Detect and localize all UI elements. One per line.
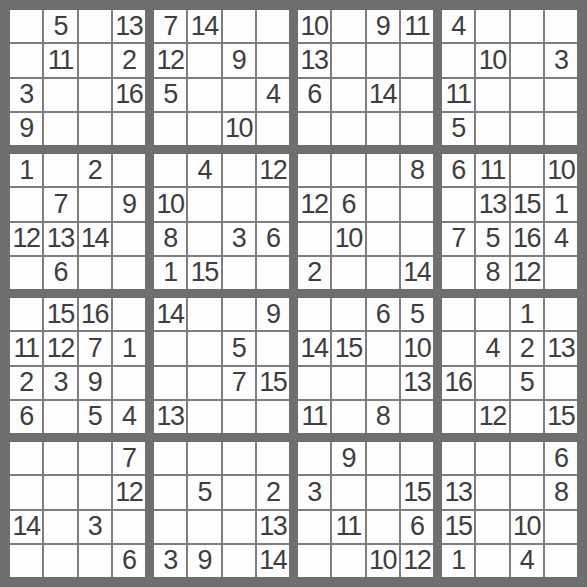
- cell-r16c15[interactable]: 4: [511, 545, 543, 577]
- cell-r12c16[interactable]: 15: [545, 401, 577, 433]
- cell-r14c2[interactable]: [44, 476, 76, 508]
- cell-r5c1[interactable]: 1: [10, 154, 42, 186]
- cell-r3c10[interactable]: [332, 79, 364, 111]
- cell-r8c8[interactable]: [257, 257, 289, 289]
- cell-r2c2[interactable]: 11: [44, 44, 76, 76]
- cell-r6c7[interactable]: [223, 188, 255, 220]
- cell-r7c5[interactable]: 8: [154, 223, 186, 255]
- cell-r4c2[interactable]: [44, 113, 76, 145]
- cell-r15c11[interactable]: [367, 511, 399, 543]
- cell-r9c7[interactable]: [223, 298, 255, 330]
- cell-r5c14[interactable]: 11: [476, 154, 508, 186]
- cell-r14c14[interactable]: [476, 476, 508, 508]
- cell-r2c1[interactable]: [10, 44, 42, 76]
- cell-r1c4[interactable]: 13: [113, 10, 145, 42]
- cell-r14c13[interactable]: 13: [442, 476, 474, 508]
- cell-r8c1[interactable]: [10, 257, 42, 289]
- cell-r12c10[interactable]: [332, 401, 364, 433]
- cell-r4c11[interactable]: [367, 113, 399, 145]
- cell-r8c6[interactable]: 15: [188, 257, 220, 289]
- cell-r13c12[interactable]: [401, 442, 433, 474]
- cell-r4c10[interactable]: [332, 113, 364, 145]
- cell-r3c8[interactable]: 4: [257, 79, 289, 111]
- cell-r10c1[interactable]: 11: [10, 332, 42, 364]
- cell-r14c3[interactable]: [79, 476, 111, 508]
- cell-r15c8[interactable]: 13: [257, 511, 289, 543]
- cell-r4c8[interactable]: [257, 113, 289, 145]
- cell-r14c5[interactable]: [154, 476, 186, 508]
- cell-r3c3[interactable]: [79, 79, 111, 111]
- cell-r10c5[interactable]: [154, 332, 186, 364]
- cell-r5c9[interactable]: [298, 154, 330, 186]
- cell-r2c16[interactable]: 3: [545, 44, 577, 76]
- cell-r9c11[interactable]: 6: [367, 298, 399, 330]
- cell-r9c2[interactable]: 15: [44, 298, 76, 330]
- cell-r11c4[interactable]: [113, 367, 145, 399]
- cell-r1c14[interactable]: [476, 10, 508, 42]
- cell-r6c9[interactable]: 12: [298, 188, 330, 220]
- cell-r5c10[interactable]: [332, 154, 364, 186]
- cell-r13c10[interactable]: 9: [332, 442, 364, 474]
- cell-r15c9[interactable]: [298, 511, 330, 543]
- cell-r5c3[interactable]: 2: [79, 154, 111, 186]
- cell-r16c10[interactable]: [332, 545, 364, 577]
- cell-r9c15[interactable]: 1: [511, 298, 543, 330]
- box-2-3: 142131651215: [442, 298, 577, 433]
- box-3-0: 7121436: [10, 442, 145, 577]
- cell-r6c3[interactable]: [79, 188, 111, 220]
- cell-r12c1[interactable]: 6: [10, 401, 42, 433]
- cell-r12c14[interactable]: 12: [476, 401, 508, 433]
- cell-r1c11[interactable]: 9: [367, 10, 399, 42]
- cell-r7c16[interactable]: 4: [545, 223, 577, 255]
- cell-r2c14[interactable]: 10: [476, 44, 508, 76]
- cell-r16c9[interactable]: [298, 545, 330, 577]
- cell-r1c9[interactable]: 10: [298, 10, 330, 42]
- cell-r11c5[interactable]: [154, 367, 186, 399]
- cell-r10c9[interactable]: 14: [298, 332, 330, 364]
- cell-r1c13[interactable]: 4: [442, 10, 474, 42]
- cell-r16c14[interactable]: [476, 545, 508, 577]
- box-3-2: 93151161012: [298, 442, 433, 577]
- cell-r14c11[interactable]: [367, 476, 399, 508]
- cell-r5c6[interactable]: 4: [188, 154, 220, 186]
- cell-r8c14[interactable]: 8: [476, 257, 508, 289]
- cell-r9c12[interactable]: 5: [401, 298, 433, 330]
- cell-r14c1[interactable]: [10, 476, 42, 508]
- cell-r15c2[interactable]: [44, 511, 76, 543]
- cell-r5c5[interactable]: [154, 154, 186, 186]
- cell-r1c2[interactable]: 5: [44, 10, 76, 42]
- cell-r2c9[interactable]: 13: [298, 44, 330, 76]
- cell-r5c11[interactable]: [367, 154, 399, 186]
- cell-r8c15[interactable]: 12: [511, 257, 543, 289]
- cell-r13c2[interactable]: [44, 442, 76, 474]
- cell-r3c5[interactable]: 5: [154, 79, 186, 111]
- cell-r10c3[interactable]: 7: [79, 332, 111, 364]
- cell-r11c10[interactable]: [332, 367, 364, 399]
- cell-r13c6[interactable]: [188, 442, 220, 474]
- cell-r7c4[interactable]: [113, 223, 145, 255]
- cell-r14c12[interactable]: 15: [401, 476, 433, 508]
- cell-r9c10[interactable]: [332, 298, 364, 330]
- cell-r2c11[interactable]: [367, 44, 399, 76]
- cell-r10c2[interactable]: 12: [44, 332, 76, 364]
- box-0-2: 1091113614: [298, 10, 433, 145]
- sudoku-frame: 5131123169714129541010911136144103115127…: [0, 0, 587, 587]
- cell-r9c13[interactable]: [442, 298, 474, 330]
- cell-r2c8[interactable]: [257, 44, 289, 76]
- cell-r3c15[interactable]: [511, 79, 543, 111]
- cell-r13c8[interactable]: [257, 442, 289, 474]
- cell-r11c9[interactable]: [298, 367, 330, 399]
- cell-r7c10[interactable]: 10: [332, 223, 364, 255]
- cell-r6c13[interactable]: [442, 188, 474, 220]
- cell-r7c1[interactable]: 12: [10, 223, 42, 255]
- box-2-0: 1516111271239654: [10, 298, 145, 433]
- cell-r15c15[interactable]: 10: [511, 511, 543, 543]
- cell-r13c16[interactable]: 6: [545, 442, 577, 474]
- cell-r15c13[interactable]: 15: [442, 511, 474, 543]
- cell-r14c16[interactable]: 8: [545, 476, 577, 508]
- box-1-1: 41210836115: [154, 154, 289, 289]
- cell-r9c6[interactable]: [188, 298, 220, 330]
- cell-r12c4[interactable]: 4: [113, 401, 145, 433]
- cell-r9c3[interactable]: 16: [79, 298, 111, 330]
- cell-r11c7[interactable]: 7: [223, 367, 255, 399]
- cell-r5c15[interactable]: [511, 154, 543, 186]
- cell-r6c2[interactable]: 7: [44, 188, 76, 220]
- cell-r13c9[interactable]: [298, 442, 330, 474]
- cell-r10c15[interactable]: 2: [511, 332, 543, 364]
- cell-r11c12[interactable]: 13: [401, 367, 433, 399]
- cell-r9c14[interactable]: [476, 298, 508, 330]
- cell-r3c2[interactable]: [44, 79, 76, 111]
- cell-r3c4[interactable]: 16: [113, 79, 145, 111]
- cell-r4c16[interactable]: [545, 113, 577, 145]
- cell-r12c13[interactable]: [442, 401, 474, 433]
- cell-r9c5[interactable]: 14: [154, 298, 186, 330]
- cell-r2c5[interactable]: 12: [154, 44, 186, 76]
- cell-r12c6[interactable]: [188, 401, 220, 433]
- cell-r11c11[interactable]: [367, 367, 399, 399]
- cell-r7c14[interactable]: 5: [476, 223, 508, 255]
- cell-r12c8[interactable]: [257, 401, 289, 433]
- cell-r14c7[interactable]: [223, 476, 255, 508]
- cell-r3c16[interactable]: [545, 79, 577, 111]
- cell-r7c3[interactable]: 14: [79, 223, 111, 255]
- cell-r15c1[interactable]: 14: [10, 511, 42, 543]
- cell-r2c10[interactable]: [332, 44, 364, 76]
- cell-r2c15[interactable]: [511, 44, 543, 76]
- cell-r4c15[interactable]: [511, 113, 543, 145]
- cell-r15c14[interactable]: [476, 511, 508, 543]
- cell-r3c14[interactable]: [476, 79, 508, 111]
- cell-r4c4[interactable]: [113, 113, 145, 145]
- cell-r12c12[interactable]: [401, 401, 433, 433]
- cell-r11c6[interactable]: [188, 367, 220, 399]
- cell-r11c13[interactable]: 16: [442, 367, 474, 399]
- cell-r2c12[interactable]: [401, 44, 433, 76]
- cell-r13c15[interactable]: [511, 442, 543, 474]
- cell-r16c16[interactable]: [545, 545, 577, 577]
- box-1-0: 12791213146: [10, 154, 145, 289]
- cell-r14c8[interactable]: 2: [257, 476, 289, 508]
- cell-r8c7[interactable]: [223, 257, 255, 289]
- cell-r6c10[interactable]: 6: [332, 188, 364, 220]
- cell-r11c2[interactable]: 3: [44, 367, 76, 399]
- box-2-2: 6514151013118: [298, 298, 433, 433]
- cell-r12c9[interactable]: 11: [298, 401, 330, 433]
- cell-r3c11[interactable]: 14: [367, 79, 399, 111]
- cell-r14c15[interactable]: [511, 476, 543, 508]
- cell-r13c5[interactable]: [154, 442, 186, 474]
- cell-r13c13[interactable]: [442, 442, 474, 474]
- cell-r1c15[interactable]: [511, 10, 543, 42]
- cell-r2c6[interactable]: [188, 44, 220, 76]
- box-3-3: 6138151014: [442, 442, 577, 577]
- cell-r5c13[interactable]: 6: [442, 154, 474, 186]
- cell-r11c1[interactable]: 2: [10, 367, 42, 399]
- cell-r8c11[interactable]: [367, 257, 399, 289]
- box-1-2: 812610214: [298, 154, 433, 289]
- cell-r2c4[interactable]: 2: [113, 44, 145, 76]
- cell-r16c1[interactable]: [10, 545, 42, 577]
- box-2-1: 149571513: [154, 298, 289, 433]
- cell-r5c8[interactable]: 12: [257, 154, 289, 186]
- cell-r6c16[interactable]: 1: [545, 188, 577, 220]
- cell-r6c1[interactable]: [10, 188, 42, 220]
- cell-r8c4[interactable]: [113, 257, 145, 289]
- cell-r12c3[interactable]: 5: [79, 401, 111, 433]
- cell-r11c3[interactable]: 9: [79, 367, 111, 399]
- cell-r16c4[interactable]: 6: [113, 545, 145, 577]
- cell-r5c16[interactable]: 10: [545, 154, 577, 186]
- cell-r6c11[interactable]: [367, 188, 399, 220]
- cell-r7c6[interactable]: [188, 223, 220, 255]
- cell-r15c12[interactable]: 6: [401, 511, 433, 543]
- cell-r10c8[interactable]: [257, 332, 289, 364]
- cell-r16c6[interactable]: 9: [188, 545, 220, 577]
- cell-r1c7[interactable]: [223, 10, 255, 42]
- cell-r3c6[interactable]: [188, 79, 220, 111]
- cell-r6c14[interactable]: 13: [476, 188, 508, 220]
- cell-r5c2[interactable]: [44, 154, 76, 186]
- cell-r10c10[interactable]: 15: [332, 332, 364, 364]
- cell-r7c9[interactable]: [298, 223, 330, 255]
- cell-r5c12[interactable]: 8: [401, 154, 433, 186]
- cell-r9c8[interactable]: 9: [257, 298, 289, 330]
- cell-r8c3[interactable]: [79, 257, 111, 289]
- cell-r10c4[interactable]: 1: [113, 332, 145, 364]
- sudoku-board: 5131123169714129541010911136144103115127…: [10, 10, 577, 577]
- cell-r2c13[interactable]: [442, 44, 474, 76]
- cell-r4c12[interactable]: [401, 113, 433, 145]
- cell-r11c14[interactable]: [476, 367, 508, 399]
- cell-r1c1[interactable]: [10, 10, 42, 42]
- cell-r9c16[interactable]: [545, 298, 577, 330]
- cell-r12c2[interactable]: [44, 401, 76, 433]
- cell-r15c4[interactable]: [113, 511, 145, 543]
- cell-r9c1[interactable]: [10, 298, 42, 330]
- cell-r14c4[interactable]: 12: [113, 476, 145, 508]
- cell-r15c10[interactable]: 11: [332, 511, 364, 543]
- cell-r10c16[interactable]: 13: [545, 332, 577, 364]
- cell-r1c6[interactable]: 14: [188, 10, 220, 42]
- cell-r14c6[interactable]: 5: [188, 476, 220, 508]
- cell-r16c11[interactable]: 10: [367, 545, 399, 577]
- box-0-0: 5131123169: [10, 10, 145, 145]
- cell-r10c14[interactable]: 4: [476, 332, 508, 364]
- cell-r15c3[interactable]: 3: [79, 511, 111, 543]
- cell-r14c9[interactable]: 3: [298, 476, 330, 508]
- cell-r16c13[interactable]: 1: [442, 545, 474, 577]
- cell-r9c9[interactable]: [298, 298, 330, 330]
- cell-r10c12[interactable]: 10: [401, 332, 433, 364]
- cell-r12c5[interactable]: 13: [154, 401, 186, 433]
- cell-r15c7[interactable]: [223, 511, 255, 543]
- cell-r16c5[interactable]: 3: [154, 545, 186, 577]
- cell-r3c1[interactable]: 3: [10, 79, 42, 111]
- cell-r12c15[interactable]: [511, 401, 543, 433]
- cell-r3c12[interactable]: [401, 79, 433, 111]
- cell-r16c8[interactable]: 14: [257, 545, 289, 577]
- cell-r13c11[interactable]: [367, 442, 399, 474]
- cell-r4c3[interactable]: [79, 113, 111, 145]
- cell-r4c9[interactable]: [298, 113, 330, 145]
- cell-r11c8[interactable]: 15: [257, 367, 289, 399]
- cell-r8c12[interactable]: 14: [401, 257, 433, 289]
- cell-r6c15[interactable]: 15: [511, 188, 543, 220]
- cell-r1c12[interactable]: 11: [401, 10, 433, 42]
- cell-r4c14[interactable]: [476, 113, 508, 145]
- cell-r13c1[interactable]: [10, 442, 42, 474]
- cell-r7c7[interactable]: 3: [223, 223, 255, 255]
- cell-r16c3[interactable]: [79, 545, 111, 577]
- cell-r4c1[interactable]: 9: [10, 113, 42, 145]
- cell-r4c7[interactable]: 10: [223, 113, 255, 145]
- cell-r15c16[interactable]: [545, 511, 577, 543]
- cell-r8c5[interactable]: 1: [154, 257, 186, 289]
- cell-r16c12[interactable]: 12: [401, 545, 433, 577]
- cell-r11c15[interactable]: 5: [511, 367, 543, 399]
- cell-r7c15[interactable]: 16: [511, 223, 543, 255]
- cell-r14c10[interactable]: [332, 476, 364, 508]
- cell-r3c7[interactable]: [223, 79, 255, 111]
- cell-r6c5[interactable]: 10: [154, 188, 186, 220]
- cell-r6c8[interactable]: [257, 188, 289, 220]
- cell-r1c16[interactable]: [545, 10, 577, 42]
- cell-r7c12[interactable]: [401, 223, 433, 255]
- cell-r4c6[interactable]: [188, 113, 220, 145]
- cell-r8c10[interactable]: [332, 257, 364, 289]
- cell-r13c14[interactable]: [476, 442, 508, 474]
- cell-r1c8[interactable]: [257, 10, 289, 42]
- cell-r12c11[interactable]: 8: [367, 401, 399, 433]
- cell-r10c6[interactable]: [188, 332, 220, 364]
- cell-r13c3[interactable]: [79, 442, 111, 474]
- cell-r2c7[interactable]: 9: [223, 44, 255, 76]
- cell-r1c3[interactable]: [79, 10, 111, 42]
- cell-r3c9[interactable]: 6: [298, 79, 330, 111]
- cell-r8c16[interactable]: [545, 257, 577, 289]
- cell-r1c10[interactable]: [332, 10, 364, 42]
- cell-r4c5[interactable]: [154, 113, 186, 145]
- box-1-3: 611101315175164812: [442, 154, 577, 289]
- cell-r15c5[interactable]: [154, 511, 186, 543]
- cell-r10c7[interactable]: 5: [223, 332, 255, 364]
- cell-r11c16[interactable]: [545, 367, 577, 399]
- cell-r13c4[interactable]: 7: [113, 442, 145, 474]
- cell-r13c7[interactable]: [223, 442, 255, 474]
- cell-r8c13[interactable]: [442, 257, 474, 289]
- box-0-3: 4103115: [442, 10, 577, 145]
- cell-r15c6[interactable]: [188, 511, 220, 543]
- cell-r2c3[interactable]: [79, 44, 111, 76]
- cell-r3c13[interactable]: 11: [442, 79, 474, 111]
- cell-r9c4[interactable]: [113, 298, 145, 330]
- cell-r10c11[interactable]: [367, 332, 399, 364]
- box-0-1: 7141295410: [154, 10, 289, 145]
- cell-r7c13[interactable]: 7: [442, 223, 474, 255]
- cell-r16c7[interactable]: [223, 545, 255, 577]
- cell-r12c7[interactable]: [223, 401, 255, 433]
- cell-r6c4[interactable]: 9: [113, 188, 145, 220]
- cell-r8c9[interactable]: 2: [298, 257, 330, 289]
- cell-r6c12[interactable]: [401, 188, 433, 220]
- cell-r16c2[interactable]: [44, 545, 76, 577]
- cell-r10c13[interactable]: [442, 332, 474, 364]
- cell-r4c13[interactable]: 5: [442, 113, 474, 145]
- cell-r1c5[interactable]: 7: [154, 10, 186, 42]
- cell-r8c2[interactable]: 6: [44, 257, 76, 289]
- cell-r7c2[interactable]: 13: [44, 223, 76, 255]
- box-3-1: 52133914: [154, 442, 289, 577]
- cell-r6c6[interactable]: [188, 188, 220, 220]
- cell-r7c11[interactable]: [367, 223, 399, 255]
- cell-r5c4[interactable]: [113, 154, 145, 186]
- cell-r5c7[interactable]: [223, 154, 255, 186]
- cell-r7c8[interactable]: 6: [257, 223, 289, 255]
